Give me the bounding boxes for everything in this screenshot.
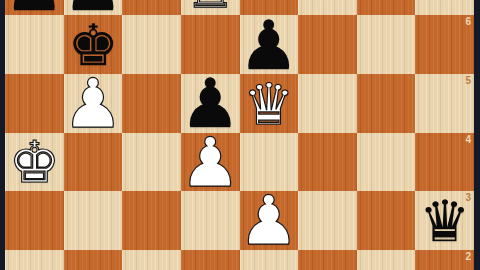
black-pawn-icon[interactable]: ♟ <box>238 12 299 80</box>
chess-board: ♟♟♜♚♟6♟♟♛5♚♟4♟3♛2 <box>5 0 474 270</box>
square-h3[interactable]: 3♛ <box>415 191 474 250</box>
square-c5[interactable] <box>122 74 181 133</box>
letterbox-bar-right <box>474 0 480 270</box>
square-a4[interactable]: ♚ <box>5 133 64 192</box>
square-e2[interactable] <box>240 250 299 270</box>
square-f2[interactable] <box>298 250 357 270</box>
square-f4[interactable] <box>298 133 357 192</box>
square-a7[interactable]: ♟ <box>5 0 64 15</box>
black-queen-icon[interactable]: ♛ <box>419 193 470 250</box>
white-pawn-icon[interactable]: ♟ <box>62 70 123 138</box>
square-a2[interactable] <box>5 250 64 270</box>
square-d4[interactable]: ♟ <box>181 133 240 192</box>
square-h4[interactable]: 4 <box>415 133 474 192</box>
square-h5[interactable]: 5 <box>415 74 474 133</box>
rank-label-4: 4 <box>465 135 471 145</box>
square-e3[interactable]: ♟ <box>240 191 299 250</box>
square-f7[interactable] <box>298 0 357 15</box>
square-c4[interactable] <box>122 133 181 192</box>
square-f6[interactable] <box>298 15 357 74</box>
white-queen-icon[interactable]: ♛ <box>243 76 294 133</box>
white-rook-icon[interactable]: ♜ <box>185 0 236 16</box>
square-e5[interactable]: ♛ <box>240 74 299 133</box>
board-grid: ♟♟♜♚♟6♟♟♛5♚♟4♟3♛2 <box>5 0 474 270</box>
square-e6[interactable]: ♟ <box>240 15 299 74</box>
square-a5[interactable] <box>5 74 64 133</box>
square-d2[interactable] <box>181 250 240 270</box>
white-pawn-icon[interactable]: ♟ <box>238 187 299 255</box>
square-d3[interactable] <box>181 191 240 250</box>
square-g3[interactable] <box>357 191 416 250</box>
chess-app-frame: { "game": "chess", "board": { "orientati… <box>0 0 480 270</box>
square-g4[interactable] <box>357 133 416 192</box>
square-g7[interactable] <box>357 0 416 15</box>
square-h6[interactable]: 6 <box>415 15 474 74</box>
square-a3[interactable] <box>5 191 64 250</box>
square-b2[interactable] <box>64 250 123 270</box>
square-c3[interactable] <box>122 191 181 250</box>
square-f3[interactable] <box>298 191 357 250</box>
square-h7[interactable] <box>415 0 474 15</box>
square-b4[interactable] <box>64 133 123 192</box>
square-a6[interactable] <box>5 15 64 74</box>
square-g2[interactable] <box>357 250 416 270</box>
rank-label-6: 6 <box>465 17 471 27</box>
square-c7[interactable] <box>122 0 181 15</box>
square-g6[interactable] <box>357 15 416 74</box>
square-c2[interactable] <box>122 250 181 270</box>
square-g5[interactable] <box>357 74 416 133</box>
square-b5[interactable]: ♟ <box>64 74 123 133</box>
white-king-icon[interactable]: ♚ <box>9 134 60 191</box>
square-c6[interactable] <box>122 15 181 74</box>
square-d7[interactable]: ♜ <box>181 0 240 15</box>
rank-label-5: 5 <box>465 76 471 86</box>
square-f5[interactable] <box>298 74 357 133</box>
square-h2[interactable]: 2 <box>415 250 474 270</box>
square-b3[interactable] <box>64 191 123 250</box>
rank-label-2: 2 <box>465 252 471 262</box>
white-pawn-icon[interactable]: ♟ <box>180 129 241 197</box>
